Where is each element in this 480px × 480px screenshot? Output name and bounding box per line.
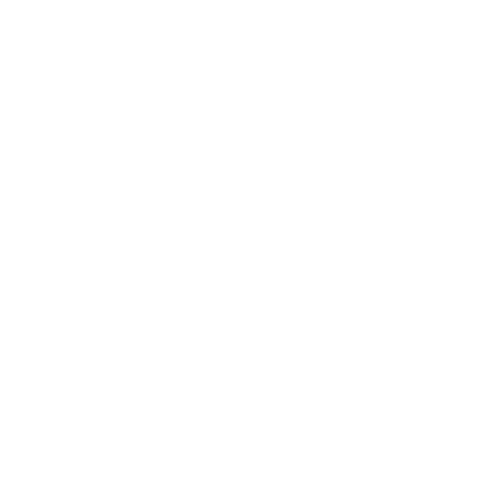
product-photo-canvas xyxy=(0,0,480,480)
